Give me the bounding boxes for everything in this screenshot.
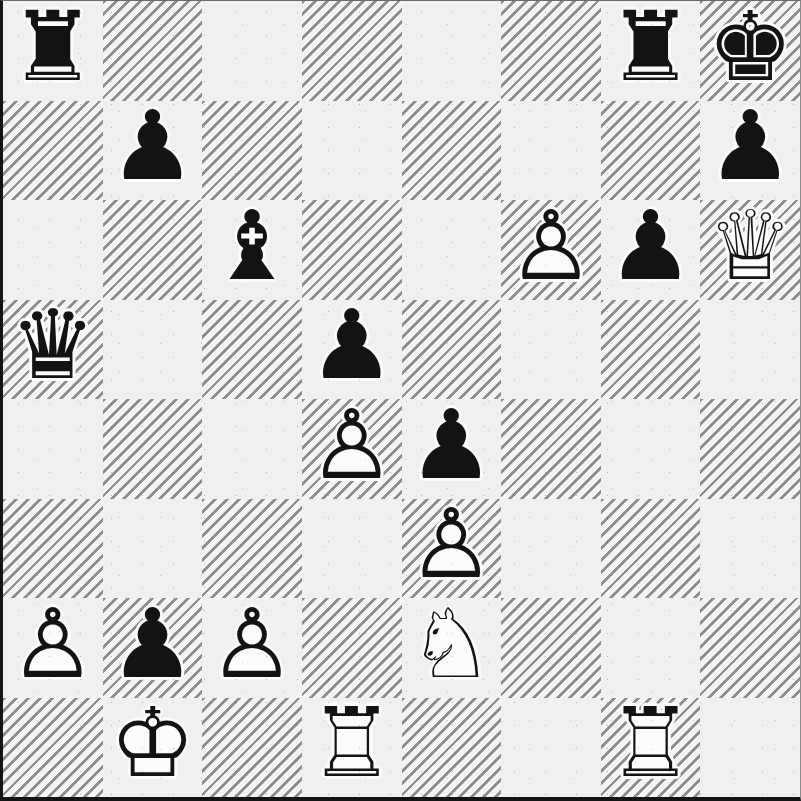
piece-white-pawn: ♟♙ bbox=[302, 399, 402, 499]
square-e3[interactable]: ♟♙ bbox=[402, 499, 502, 599]
square-d6[interactable] bbox=[302, 200, 402, 300]
square-f6[interactable]: ♟♙ bbox=[501, 200, 601, 300]
square-b6[interactable] bbox=[103, 200, 203, 300]
black-pawn-glyph: ♟ bbox=[109, 98, 195, 194]
square-d7[interactable] bbox=[302, 101, 402, 201]
square-h5[interactable] bbox=[700, 300, 800, 400]
black-bishop-glyph: ♝ bbox=[209, 198, 295, 294]
piece-black-pawn: ♟♟ bbox=[103, 598, 203, 698]
black-pawn-glyph: ♟ bbox=[309, 297, 395, 393]
square-g8[interactable]: ♜♜ bbox=[601, 1, 701, 101]
square-g7[interactable] bbox=[601, 101, 701, 201]
piece-white-pawn: ♟♙ bbox=[3, 598, 103, 698]
square-c2[interactable]: ♟♙ bbox=[202, 598, 302, 698]
piece-black-rook: ♜♜ bbox=[601, 1, 701, 101]
square-a2[interactable]: ♟♙ bbox=[3, 598, 103, 698]
piece-black-queen: ♛♛ bbox=[3, 300, 103, 400]
square-c1[interactable] bbox=[202, 698, 302, 798]
piece-black-king: ♚♚ bbox=[700, 1, 800, 101]
square-h6[interactable]: ♛♕ bbox=[700, 200, 800, 300]
white-pawn-glyph: ♙ bbox=[209, 596, 295, 692]
square-h1[interactable] bbox=[700, 698, 800, 798]
square-c4[interactable] bbox=[202, 399, 302, 499]
square-a4[interactable] bbox=[3, 399, 103, 499]
square-f2[interactable] bbox=[501, 598, 601, 698]
square-c3[interactable] bbox=[202, 499, 302, 599]
white-queen-glyph: ♕ bbox=[707, 198, 793, 294]
black-pawn-glyph: ♟ bbox=[109, 596, 195, 692]
piece-black-bishop: ♝♝ bbox=[202, 200, 302, 300]
white-pawn-glyph: ♙ bbox=[10, 596, 96, 692]
square-h2[interactable] bbox=[700, 598, 800, 698]
piece-white-pawn: ♟♙ bbox=[202, 598, 302, 698]
piece-white-queen: ♛♕ bbox=[700, 200, 800, 300]
piece-black-pawn: ♟♟ bbox=[402, 399, 502, 499]
square-b8[interactable] bbox=[103, 1, 203, 101]
piece-white-rook: ♜♖ bbox=[601, 698, 701, 798]
piece-white-pawn: ♟♙ bbox=[501, 200, 601, 300]
square-b4[interactable] bbox=[103, 399, 203, 499]
square-c7[interactable] bbox=[202, 101, 302, 201]
square-c6[interactable]: ♝♝ bbox=[202, 200, 302, 300]
square-d8[interactable] bbox=[302, 1, 402, 101]
square-e1[interactable] bbox=[402, 698, 502, 798]
white-pawn-glyph: ♙ bbox=[408, 496, 494, 592]
square-e4[interactable]: ♟♟ bbox=[402, 399, 502, 499]
square-b2[interactable]: ♟♟ bbox=[103, 598, 203, 698]
square-g1[interactable]: ♜♖ bbox=[601, 698, 701, 798]
square-d2[interactable] bbox=[302, 598, 402, 698]
black-king-glyph: ♚ bbox=[707, 0, 793, 95]
square-b3[interactable] bbox=[103, 499, 203, 599]
piece-black-pawn: ♟♟ bbox=[302, 300, 402, 400]
square-e8[interactable] bbox=[402, 1, 502, 101]
square-c8[interactable] bbox=[202, 1, 302, 101]
square-f1[interactable] bbox=[501, 698, 601, 798]
square-f4[interactable] bbox=[501, 399, 601, 499]
square-c5[interactable] bbox=[202, 300, 302, 400]
black-pawn-glyph: ♟ bbox=[608, 198, 694, 294]
square-g5[interactable] bbox=[601, 300, 701, 400]
black-pawn-glyph: ♟ bbox=[408, 397, 494, 493]
square-g4[interactable] bbox=[601, 399, 701, 499]
square-f8[interactable] bbox=[501, 1, 601, 101]
white-pawn-glyph: ♙ bbox=[309, 397, 395, 493]
square-a8[interactable]: ♜♜ bbox=[3, 1, 103, 101]
square-e5[interactable] bbox=[402, 300, 502, 400]
square-e7[interactable] bbox=[402, 101, 502, 201]
square-h3[interactable] bbox=[700, 499, 800, 599]
square-a3[interactable] bbox=[3, 499, 103, 599]
square-b7[interactable]: ♟♟ bbox=[103, 101, 203, 201]
piece-white-king: ♚♔ bbox=[103, 698, 203, 798]
chess-board: ♜♜♜♜♚♚♟♟♟♟♝♝♟♙♟♟♛♕♛♛♟♟♟♙♟♟♟♙♟♙♟♟♟♙♞♘♚♔♜♖… bbox=[0, 0, 801, 801]
white-pawn-glyph: ♙ bbox=[508, 198, 594, 294]
square-f5[interactable] bbox=[501, 300, 601, 400]
white-king-glyph: ♔ bbox=[109, 695, 195, 791]
square-d4[interactable]: ♟♙ bbox=[302, 399, 402, 499]
square-a6[interactable] bbox=[3, 200, 103, 300]
square-b5[interactable] bbox=[103, 300, 203, 400]
piece-black-pawn: ♟♟ bbox=[103, 101, 203, 201]
white-rook-glyph: ♖ bbox=[309, 695, 395, 791]
square-a7[interactable] bbox=[3, 101, 103, 201]
square-g2[interactable] bbox=[601, 598, 701, 698]
square-d5[interactable]: ♟♟ bbox=[302, 300, 402, 400]
piece-black-pawn: ♟♟ bbox=[700, 101, 800, 201]
square-h8[interactable]: ♚♚ bbox=[700, 1, 800, 101]
black-pawn-glyph: ♟ bbox=[707, 98, 793, 194]
black-rook-glyph: ♜ bbox=[608, 0, 694, 95]
square-d3[interactable] bbox=[302, 499, 402, 599]
square-f3[interactable] bbox=[501, 499, 601, 599]
piece-white-knight: ♞♘ bbox=[402, 598, 502, 698]
square-h7[interactable]: ♟♟ bbox=[700, 101, 800, 201]
piece-white-pawn: ♟♙ bbox=[402, 499, 502, 599]
square-h4[interactable] bbox=[700, 399, 800, 499]
square-e2[interactable]: ♞♘ bbox=[402, 598, 502, 698]
square-d1[interactable]: ♜♖ bbox=[302, 698, 402, 798]
piece-white-rook: ♜♖ bbox=[302, 698, 402, 798]
square-g3[interactable] bbox=[601, 499, 701, 599]
square-g6[interactable]: ♟♟ bbox=[601, 200, 701, 300]
black-queen-glyph: ♛ bbox=[10, 297, 96, 393]
square-e6[interactable] bbox=[402, 200, 502, 300]
white-rook-glyph: ♖ bbox=[608, 695, 694, 791]
square-f7[interactable] bbox=[501, 101, 601, 201]
piece-black-rook: ♜♜ bbox=[3, 1, 103, 101]
white-knight-glyph: ♘ bbox=[408, 596, 494, 692]
square-b1[interactable]: ♚♔ bbox=[103, 698, 203, 798]
square-a1[interactable] bbox=[3, 698, 103, 798]
piece-black-pawn: ♟♟ bbox=[601, 200, 701, 300]
black-rook-glyph: ♜ bbox=[10, 0, 96, 95]
square-a5[interactable]: ♛♛ bbox=[3, 300, 103, 400]
